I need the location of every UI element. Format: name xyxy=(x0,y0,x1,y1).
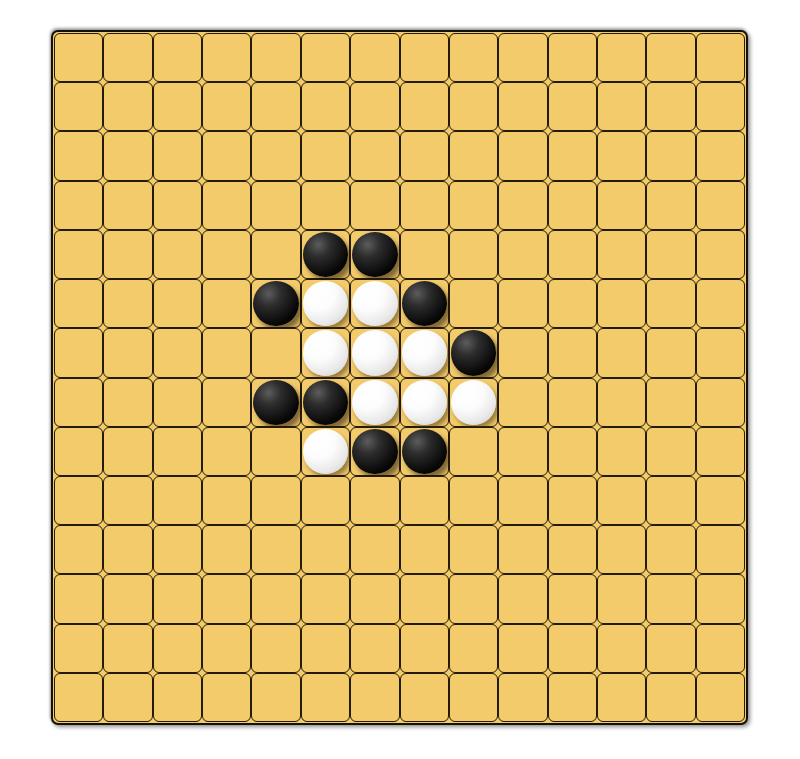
board-cell[interactable] xyxy=(498,476,547,525)
board-cell[interactable] xyxy=(202,476,251,525)
board-cell[interactable] xyxy=(597,673,646,722)
board-cell[interactable] xyxy=(449,525,498,574)
board-cell[interactable] xyxy=(54,525,103,574)
board-cell[interactable] xyxy=(449,181,498,230)
board-cell[interactable] xyxy=(153,230,202,279)
board-cell[interactable] xyxy=(301,525,350,574)
board-cell[interactable] xyxy=(597,624,646,673)
board-cell[interactable] xyxy=(400,328,449,377)
board-cell[interactable] xyxy=(251,328,300,377)
board-cell[interactable] xyxy=(350,525,399,574)
board-cell[interactable] xyxy=(449,378,498,427)
board-cell[interactable] xyxy=(498,279,547,328)
board-cell[interactable] xyxy=(54,131,103,180)
board-cell[interactable] xyxy=(400,181,449,230)
board-cell[interactable] xyxy=(548,328,597,377)
board-cell[interactable] xyxy=(646,624,695,673)
board-cell[interactable] xyxy=(301,33,350,82)
board-cell[interactable] xyxy=(54,427,103,476)
board-cell[interactable] xyxy=(202,279,251,328)
black-stone xyxy=(303,380,348,425)
board-cell[interactable] xyxy=(498,82,547,131)
board-cell[interactable] xyxy=(548,131,597,180)
board-cell[interactable] xyxy=(202,525,251,574)
board-cell[interactable] xyxy=(54,574,103,623)
black-stone xyxy=(352,429,397,474)
board-cell[interactable] xyxy=(103,230,152,279)
board-cell[interactable] xyxy=(597,181,646,230)
board-cell[interactable] xyxy=(153,476,202,525)
board-cell[interactable] xyxy=(548,427,597,476)
board-cell[interactable] xyxy=(251,82,300,131)
board-cell[interactable] xyxy=(597,574,646,623)
board-cell[interactable] xyxy=(202,624,251,673)
board-cell[interactable] xyxy=(54,82,103,131)
board-cell[interactable] xyxy=(449,82,498,131)
board-cell[interactable] xyxy=(103,574,152,623)
board-cell[interactable] xyxy=(153,673,202,722)
board-cell[interactable] xyxy=(54,378,103,427)
board-cell[interactable] xyxy=(646,378,695,427)
white-stone xyxy=(402,380,447,425)
board-cell[interactable] xyxy=(153,525,202,574)
board-cell[interactable] xyxy=(103,328,152,377)
board-cell[interactable] xyxy=(449,131,498,180)
board-cell[interactable] xyxy=(449,673,498,722)
board-cell[interactable] xyxy=(400,378,449,427)
board-cell[interactable] xyxy=(103,279,152,328)
black-stone xyxy=(352,232,397,277)
board-cell[interactable] xyxy=(696,230,745,279)
board-cell[interactable] xyxy=(202,427,251,476)
board-cell[interactable] xyxy=(449,279,498,328)
board-cell[interactable] xyxy=(54,279,103,328)
board-cell[interactable] xyxy=(251,131,300,180)
board-cell[interactable] xyxy=(103,624,152,673)
board-cell[interactable] xyxy=(103,82,152,131)
board-cell[interactable] xyxy=(548,33,597,82)
board-cell[interactable] xyxy=(103,378,152,427)
board-cell[interactable] xyxy=(350,82,399,131)
board-cell[interactable] xyxy=(646,574,695,623)
board-cell[interactable] xyxy=(103,673,152,722)
white-stone xyxy=(303,281,348,326)
board-cell[interactable] xyxy=(498,378,547,427)
board-cell[interactable] xyxy=(251,525,300,574)
board-cell[interactable] xyxy=(696,378,745,427)
board-cell[interactable] xyxy=(696,476,745,525)
board-cell[interactable] xyxy=(498,574,547,623)
board-cell[interactable] xyxy=(498,525,547,574)
board-cell[interactable] xyxy=(548,82,597,131)
board-cell[interactable] xyxy=(646,279,695,328)
board-cell[interactable] xyxy=(449,328,498,377)
board-cell[interactable] xyxy=(301,574,350,623)
white-stone xyxy=(352,330,397,375)
board-cell[interactable] xyxy=(153,378,202,427)
board-cell[interactable] xyxy=(696,279,745,328)
board-cell[interactable] xyxy=(202,378,251,427)
board-cell[interactable] xyxy=(54,624,103,673)
board-cell[interactable] xyxy=(301,328,350,377)
board-cell[interactable] xyxy=(449,230,498,279)
board-cell[interactable] xyxy=(400,131,449,180)
board-cell[interactable] xyxy=(548,378,597,427)
white-stone xyxy=(303,330,348,375)
board-cell[interactable] xyxy=(646,181,695,230)
board-cell[interactable] xyxy=(696,673,745,722)
board-cell[interactable] xyxy=(597,131,646,180)
board-cell[interactable] xyxy=(646,427,695,476)
board-cell[interactable] xyxy=(350,230,399,279)
board-cell[interactable] xyxy=(646,328,695,377)
board-cell[interactable] xyxy=(301,82,350,131)
board-cell[interactable] xyxy=(449,574,498,623)
board-cell[interactable] xyxy=(251,673,300,722)
board-cell[interactable] xyxy=(350,574,399,623)
black-stone xyxy=(253,281,298,326)
board-cell[interactable] xyxy=(251,427,300,476)
board-cell[interactable] xyxy=(301,476,350,525)
board-cell[interactable] xyxy=(400,574,449,623)
board-cell[interactable] xyxy=(498,181,547,230)
board-cell[interactable] xyxy=(597,33,646,82)
board-cell[interactable] xyxy=(54,328,103,377)
board-cell[interactable] xyxy=(597,328,646,377)
board-cell[interactable] xyxy=(597,82,646,131)
board-cell[interactable] xyxy=(646,525,695,574)
board-cell[interactable] xyxy=(202,673,251,722)
board-cell[interactable] xyxy=(251,476,300,525)
board-cell[interactable] xyxy=(103,181,152,230)
board-cell[interactable] xyxy=(498,33,547,82)
board-cell[interactable] xyxy=(696,131,745,180)
board-cell[interactable] xyxy=(548,181,597,230)
white-stone xyxy=(352,380,397,425)
white-stone xyxy=(352,281,397,326)
board-cell[interactable] xyxy=(350,131,399,180)
board-cell[interactable] xyxy=(301,673,350,722)
board-cell[interactable] xyxy=(301,279,350,328)
board-cell[interactable] xyxy=(548,624,597,673)
board-cell[interactable] xyxy=(696,181,745,230)
board-cell[interactable] xyxy=(498,230,547,279)
board-cell[interactable] xyxy=(153,279,202,328)
board-cell[interactable] xyxy=(646,33,695,82)
board-cell[interactable] xyxy=(696,525,745,574)
board-cell[interactable] xyxy=(202,33,251,82)
board-cell[interactable] xyxy=(548,673,597,722)
board-cell[interactable] xyxy=(696,82,745,131)
board-cell[interactable] xyxy=(548,279,597,328)
board-cell[interactable] xyxy=(251,181,300,230)
board-cell[interactable] xyxy=(202,82,251,131)
board-cell[interactable] xyxy=(646,230,695,279)
board-cell[interactable] xyxy=(597,525,646,574)
black-stone xyxy=(451,330,496,375)
board-cell[interactable] xyxy=(202,328,251,377)
board-cell[interactable] xyxy=(251,378,300,427)
board-cell[interactable] xyxy=(449,476,498,525)
board-cell[interactable] xyxy=(153,624,202,673)
board-cell[interactable] xyxy=(202,574,251,623)
board-cell[interactable] xyxy=(153,328,202,377)
board-cell[interactable] xyxy=(646,673,695,722)
board-cell[interactable] xyxy=(548,525,597,574)
board-cell[interactable] xyxy=(153,33,202,82)
board-cell[interactable] xyxy=(696,624,745,673)
board-cell[interactable] xyxy=(350,673,399,722)
white-stone xyxy=(451,380,496,425)
board-cell[interactable] xyxy=(498,328,547,377)
board-cell[interactable] xyxy=(597,279,646,328)
board-cell[interactable] xyxy=(301,230,350,279)
board-cell[interactable] xyxy=(400,82,449,131)
board-cell[interactable] xyxy=(498,673,547,722)
board-cell[interactable] xyxy=(696,427,745,476)
black-stone xyxy=(402,281,447,326)
board-cell[interactable] xyxy=(54,33,103,82)
board-cell[interactable] xyxy=(153,131,202,180)
board-cell[interactable] xyxy=(251,624,300,673)
board-cell[interactable] xyxy=(103,476,152,525)
black-stone xyxy=(253,380,298,425)
board-cell[interactable] xyxy=(597,378,646,427)
board-cell[interactable] xyxy=(301,181,350,230)
board-cell[interactable] xyxy=(597,230,646,279)
board-cell[interactable] xyxy=(103,131,152,180)
game-board xyxy=(51,30,748,725)
board-cell[interactable] xyxy=(696,328,745,377)
board-cell[interactable] xyxy=(400,427,449,476)
page xyxy=(0,0,800,759)
board-cell[interactable] xyxy=(400,624,449,673)
board-cell[interactable] xyxy=(251,574,300,623)
board-cell[interactable] xyxy=(153,82,202,131)
board-cell[interactable] xyxy=(103,525,152,574)
black-stone xyxy=(402,429,447,474)
board-cell[interactable] xyxy=(54,181,103,230)
board-cell[interactable] xyxy=(449,624,498,673)
board-cell[interactable] xyxy=(548,574,597,623)
board-cell[interactable] xyxy=(400,525,449,574)
board-cell[interactable] xyxy=(597,476,646,525)
board-cell[interactable] xyxy=(646,476,695,525)
board-cell[interactable] xyxy=(449,427,498,476)
board-cell[interactable] xyxy=(153,574,202,623)
board-cell[interactable] xyxy=(498,131,547,180)
board-cell[interactable] xyxy=(301,131,350,180)
board-cell[interactable] xyxy=(400,279,449,328)
board-cell[interactable] xyxy=(202,131,251,180)
board-cell[interactable] xyxy=(646,131,695,180)
board-cell[interactable] xyxy=(350,378,399,427)
board-cell[interactable] xyxy=(498,624,547,673)
board-cell[interactable] xyxy=(301,378,350,427)
white-stone xyxy=(303,429,348,474)
board-cell[interactable] xyxy=(400,230,449,279)
board-cell[interactable] xyxy=(350,624,399,673)
board-cell[interactable] xyxy=(301,427,350,476)
board-cell[interactable] xyxy=(251,230,300,279)
board-cell[interactable] xyxy=(400,673,449,722)
board-cell[interactable] xyxy=(400,476,449,525)
board-cell[interactable] xyxy=(202,181,251,230)
board-cell[interactable] xyxy=(548,230,597,279)
black-stone xyxy=(303,232,348,277)
board-cell[interactable] xyxy=(449,33,498,82)
board-cell[interactable] xyxy=(646,82,695,131)
board-cell[interactable] xyxy=(350,476,399,525)
board-cell[interactable] xyxy=(54,476,103,525)
board-cell[interactable] xyxy=(696,33,745,82)
board-cell[interactable] xyxy=(350,427,399,476)
board-cell[interactable] xyxy=(400,33,449,82)
board-cell[interactable] xyxy=(251,33,300,82)
board-cell[interactable] xyxy=(54,230,103,279)
board-cell[interactable] xyxy=(153,427,202,476)
board-cell[interactable] xyxy=(350,33,399,82)
board-cell[interactable] xyxy=(54,673,103,722)
board-cell[interactable] xyxy=(548,476,597,525)
white-stone xyxy=(402,330,447,375)
board-cell[interactable] xyxy=(350,328,399,377)
board-cell[interactable] xyxy=(103,427,152,476)
board-cell[interactable] xyxy=(251,279,300,328)
board-cell[interactable] xyxy=(350,181,399,230)
board-cell[interactable] xyxy=(597,427,646,476)
board-cell[interactable] xyxy=(696,574,745,623)
board-cell[interactable] xyxy=(103,33,152,82)
board-cell[interactable] xyxy=(301,624,350,673)
board-cell[interactable] xyxy=(350,279,399,328)
board-cell[interactable] xyxy=(498,427,547,476)
board-cell[interactable] xyxy=(202,230,251,279)
board-cell[interactable] xyxy=(153,181,202,230)
